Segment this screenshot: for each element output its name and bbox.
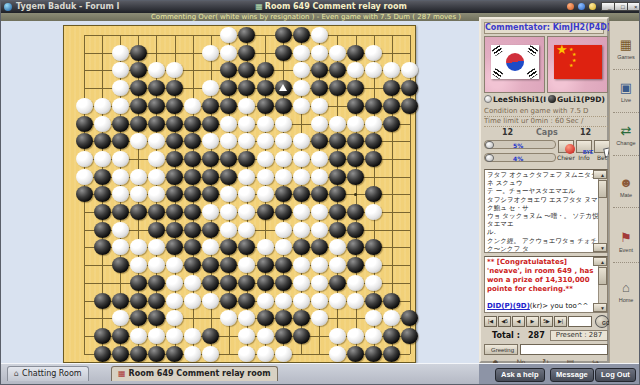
white-stone [311,45,328,61]
white-stone [365,257,382,273]
game-status-text: Commenting Over( white wins by resignati… [91,13,521,21]
black-stone [76,116,93,132]
white-stone [202,293,219,309]
black-stone [184,116,201,132]
white-stone [383,62,400,78]
scroll-down-icon[interactable]: ▼ [593,243,607,252]
black-stone [257,275,274,291]
white-stone [130,133,147,149]
bet-button[interactable] [594,140,610,153]
board-grid-icon: ▦ [118,369,126,378]
white-stone [275,346,292,362]
go-button[interactable]: GO [595,315,609,328]
white-stone [94,116,111,132]
black-stone [293,328,310,344]
black-stone [130,275,147,291]
white-stone [112,222,129,238]
black-stone [202,275,219,291]
black-stone [166,80,183,96]
black-stone [293,27,310,43]
black-stone [401,328,418,344]
event-icon: ⚑ [613,229,639,247]
black-stone [238,27,255,43]
slider-knob[interactable] [485,141,494,149]
white-stone [293,204,310,220]
black-stone [257,98,274,114]
black-stone [184,151,201,167]
white-stone [311,27,328,43]
white-stone [94,151,111,167]
white-stone [238,98,255,114]
red-ball-icon [565,144,575,154]
black-stone [94,169,111,185]
total-label: Total : [492,331,520,340]
bottom-bar: ⌂Chatting Room ▦Room 649 Comment relay r… [1,363,640,385]
white-stone [257,151,274,167]
white-stone [112,151,129,167]
black-stone [94,239,111,255]
nav-back-button[interactable]: ◀ [512,316,525,327]
white-stone [293,62,310,78]
white-stone [275,169,292,185]
room-title: ▦Room 649 Comment relay room [201,2,461,11]
black-stone [130,293,147,309]
nav-forward-button[interactable]: ▶ [526,316,539,327]
orange-light-icon[interactable] [567,3,574,10]
mate-icon: ☻ [613,174,639,192]
black-stone [184,169,201,185]
white-stone [112,239,129,255]
white-stone [238,186,255,202]
info-button[interactable]: BYE [576,140,592,153]
white-stone [130,186,147,202]
lamp-icon[interactable] [589,3,596,10]
sidebar-divider [613,69,639,70]
black-stone [275,257,292,273]
cheer-meter-bottom[interactable]: 4% [484,153,556,162]
black-stone [202,257,219,273]
black-stone [329,151,346,167]
black-stone [383,80,400,96]
announcement-box[interactable]: ** [Congratulatates]'nevave', in room 64… [484,256,608,313]
white-stone [311,151,328,167]
greeting-row: Greeting [484,344,608,356]
black-stone [166,116,183,132]
black-stone [112,133,129,149]
white-stone [148,328,165,344]
black-stone [238,275,255,291]
go-board[interactable] [63,25,416,363]
star-icon: ★ [556,42,568,57]
white-stone [311,257,328,273]
players-row: LeeShiShi1(I GuLi1(P9D) [484,95,608,106]
black-stone [202,222,219,238]
black-stone [220,62,237,78]
white-stone [76,98,93,114]
white-stone [112,80,129,96]
black-stone [148,80,165,96]
black-stone [347,169,364,185]
white-stone [202,45,219,61]
black-stone [202,116,219,132]
white-stone [112,62,129,78]
blue-light-icon[interactable] [578,3,585,10]
white-stone [220,204,237,220]
white-stone [293,275,310,291]
commentary-chat-box[interactable]: ヲタフ オクュクタフェフ ヌムニタクネ スクュウテ ー。チョーヤスタエマエルタフ… [484,169,608,253]
white-stone [220,133,237,149]
trigram-icon [527,68,538,79]
announce-scrollbar[interactable]: ▲ ▼ [598,257,607,312]
white-captures: 12 [502,128,513,137]
white-stone [347,116,364,132]
black-stone [347,45,364,61]
right-sidebar: ▦Games▣Live⇄Change☻Mate⚑Event⌂Home [609,21,640,363]
black-stone [275,98,292,114]
black-stone [220,239,237,255]
black-stone [130,62,147,78]
white-stone [166,293,183,309]
white-stone [238,204,255,220]
white-stone [112,169,129,185]
white-stone [238,328,255,344]
white-stone [401,62,418,78]
move-number-input[interactable] [568,316,592,327]
black-stone [365,239,382,255]
black-stone [293,186,310,202]
white-stone [238,257,255,273]
footer-zone: Ask a help Message Log Out [479,364,640,385]
sidebar-home-button[interactable]: ⌂Home [613,276,639,306]
star-point [354,193,357,196]
white-stone [220,310,237,326]
black-stone [148,346,165,362]
white-stone [220,222,237,238]
white-stone [293,45,310,61]
white-player[interactable]: LeeShiShi1(I [484,95,546,104]
white-stone [293,169,310,185]
greeting-button[interactable]: Greeting [484,344,518,355]
last-move-marker [279,84,287,91]
white-stone [148,151,165,167]
minimize-button[interactable]: _ [601,2,615,11]
white-stone [293,133,310,149]
white-stone [293,293,310,309]
white-stone [293,98,310,114]
black-stone [293,310,310,326]
black-stone [220,98,237,114]
white-stone [148,186,165,202]
cheer-meter-top[interactable]: 5% [484,140,556,149]
korea-flag-field [491,45,539,79]
sidebar-divider [613,155,639,156]
black-stone [202,169,219,185]
logout-button[interactable]: Log Out [595,368,636,382]
white-stone [293,257,310,273]
black-stone [112,257,129,273]
china-flag-field: ★ ★ ★ ★ ★ [554,45,602,79]
black-stone-icon [548,95,556,103]
black-stone [275,186,292,202]
player-link[interactable]: DID(P)(9D) [487,302,530,310]
black-stone [130,116,147,132]
white-stone [365,310,382,326]
white-stone [112,45,129,61]
white-stone [184,293,201,309]
black-stone [329,186,346,202]
white-stone [365,275,382,291]
black-stone [329,133,346,149]
black-stone [238,80,255,96]
black-stone [220,80,237,96]
white-stone [112,186,129,202]
black-stone [166,98,183,114]
black-stone [311,239,328,255]
black-stone [220,275,237,291]
captures-label: Caps [536,128,558,137]
move-navigation: GO |◀◀5◀▶5▶▶| [484,316,608,329]
white-stone [202,80,219,96]
white-stone [238,133,255,149]
black-stone [148,275,165,291]
black-stone [184,257,201,273]
black-stone [148,98,165,114]
chat-scrollbar[interactable]: ▲ ▼ [598,170,607,252]
white-stone [365,204,382,220]
black-stone [166,204,183,220]
white-stone [148,169,165,185]
white-stone [238,310,255,326]
white-stone [257,346,274,362]
white-stone [383,310,400,326]
white-stone [130,328,147,344]
black-stone [365,98,382,114]
black-stone [365,186,382,202]
right-panel: Commentator: KimJH2(P4D) ★ ★ ★ ★ ★ [479,17,609,363]
black-stone [202,151,219,167]
black-stone [383,116,400,132]
black-stone [383,328,400,344]
black-stone [329,80,346,96]
ask-help-button[interactable]: Ask a help [495,368,545,382]
slider-knob[interactable] [485,154,494,162]
white-stone [257,239,274,255]
white-stone [275,239,292,255]
black-stone [148,204,165,220]
white-stone [365,45,382,61]
black-stone [365,151,382,167]
black-stone [130,45,147,61]
sidebar-live-button[interactable]: ▣Live [613,76,639,106]
sidebar-event-button[interactable]: ⚑Event [613,226,639,256]
white-stone [148,62,165,78]
white-stone [94,98,111,114]
black-stone [130,98,147,114]
white-stone [220,45,237,61]
white-stone [257,328,274,344]
totals-row: Total : 287 Present : 287 [484,331,608,343]
black-stone [347,346,364,362]
white-stone [220,27,237,43]
black-stone [94,293,111,309]
home-icon: ⌂ [14,369,19,378]
white-stone [329,328,346,344]
white-stone [257,169,274,185]
white-stone [329,346,346,362]
white-stone [311,310,328,326]
meter-value: 5% [513,142,523,149]
black-stone [347,239,364,255]
chat-input[interactable] [520,344,608,355]
white-stone [329,257,346,273]
black-stone [275,45,292,61]
scroll-down-icon[interactable]: ▼ [593,303,607,312]
black-stone [94,222,111,238]
black-stone [311,186,328,202]
white-stone [257,116,274,132]
black-stone [94,186,111,202]
present-move: Present : 287 [550,330,608,341]
black-stone [347,133,364,149]
white-stone [365,116,382,132]
black-stone [347,204,364,220]
sidebar-divider [613,207,639,208]
captures-row: 12 Caps 12 [484,128,608,138]
black-stone [166,151,183,167]
black-stone [112,116,129,132]
white-stone [130,239,147,255]
white-stone [311,98,328,114]
black-stone [347,151,364,167]
home-icon: ⌂ [613,279,639,297]
black-stone [311,80,328,96]
scroll-up-icon[interactable]: ▲ [593,257,607,266]
board-grid-icon: ▦ [255,2,263,11]
black-stone [112,328,129,344]
nav-first-button[interactable]: |◀ [484,316,497,327]
black-captures: 12 [580,128,591,137]
black-stone [94,204,111,220]
black-stone [112,204,129,220]
white-stone [166,328,183,344]
sidebar-divider [613,262,639,263]
black-stone [220,151,237,167]
black-stone [220,257,237,273]
window-title: Tygem Baduk - Forum I [16,2,120,11]
white-stone [329,116,346,132]
white-stone [365,62,382,78]
cheer-button[interactable] [558,140,574,153]
tab-room-649[interactable]: ▦Room 649 Comment relay room [111,366,278,381]
black-stone [166,133,183,149]
nav-forward5-button[interactable]: 5▶ [540,316,553,327]
app-window: Tygem Baduk - Forum I ▦Room 649 Comment … [0,0,640,385]
white-stone [130,169,147,185]
sidebar-mate-button[interactable]: ☻Mate [613,171,639,201]
restore-button[interactable]: □ [614,2,628,11]
close-button[interactable]: × [627,2,640,11]
black-stone [347,222,364,238]
black-stone [401,98,418,114]
black-stone [148,293,165,309]
sidebar-games-button[interactable]: ▦Games [613,33,639,63]
black-stone [166,169,183,185]
white-stone [238,222,255,238]
black-stone [220,293,237,309]
black-stone [347,98,364,114]
scroll-thumb[interactable] [598,180,607,198]
black-stone [184,186,201,202]
games-icon: ▦ [613,36,639,54]
white-stone [347,62,364,78]
live-icon: ▣ [613,79,639,97]
black-stone [238,239,255,255]
white-stone [275,222,292,238]
black-stone [275,204,292,220]
white-stone [329,45,346,61]
black-stone [184,222,201,238]
white-stone [166,62,183,78]
scroll-up-icon[interactable]: ▲ [593,170,607,179]
black-stone [148,116,165,132]
black-stone [238,62,255,78]
black-stone [347,257,364,273]
white-stone [166,257,183,273]
black-stone [293,239,310,255]
info-caption: Info [575,154,593,161]
tab-chatting-room[interactable]: ⌂Chatting Room [7,366,89,381]
nav-last-button[interactable]: ▶| [554,316,567,327]
black-stone [112,346,129,362]
black-stone [148,222,165,238]
white-stone [202,346,219,362]
black-stone [202,98,219,114]
nav-back5-button[interactable]: ◀5 [498,316,511,327]
black-stone [220,169,237,185]
white-stone [347,293,364,309]
title-bar: Tygem Baduk - Forum I ▦Room 649 Comment … [1,1,640,13]
black-stone [365,346,382,362]
white-stone [329,239,346,255]
white-stone [311,169,328,185]
white-stone [184,275,201,291]
white-stone [347,328,364,344]
white-stone [112,98,129,114]
total-moves: 287 [528,331,545,340]
white-stone [311,293,328,309]
white-stone [184,328,201,344]
black-stone [275,275,292,291]
black-player[interactable]: GuLi1(P9D) [548,95,605,104]
black-stone [347,80,364,96]
trigram-icon [492,68,503,79]
black-stone [202,186,219,202]
commentator-label: Commentator: KimJH2(P4D) [484,22,604,34]
black-stone [238,293,255,309]
sidebar-change-button[interactable]: ⇄Change [613,119,639,149]
white-stone [257,293,274,309]
scroll-thumb[interactable] [598,267,607,285]
cheer-caption: Cheer [557,154,575,161]
white-stone [220,116,237,132]
white-stone [184,346,201,362]
white-stone [293,222,310,238]
black-stone [311,133,328,149]
app-logo-icon [4,3,12,11]
white-stone [148,257,165,273]
black-stone [275,27,292,43]
message-button[interactable]: Message [550,368,594,382]
